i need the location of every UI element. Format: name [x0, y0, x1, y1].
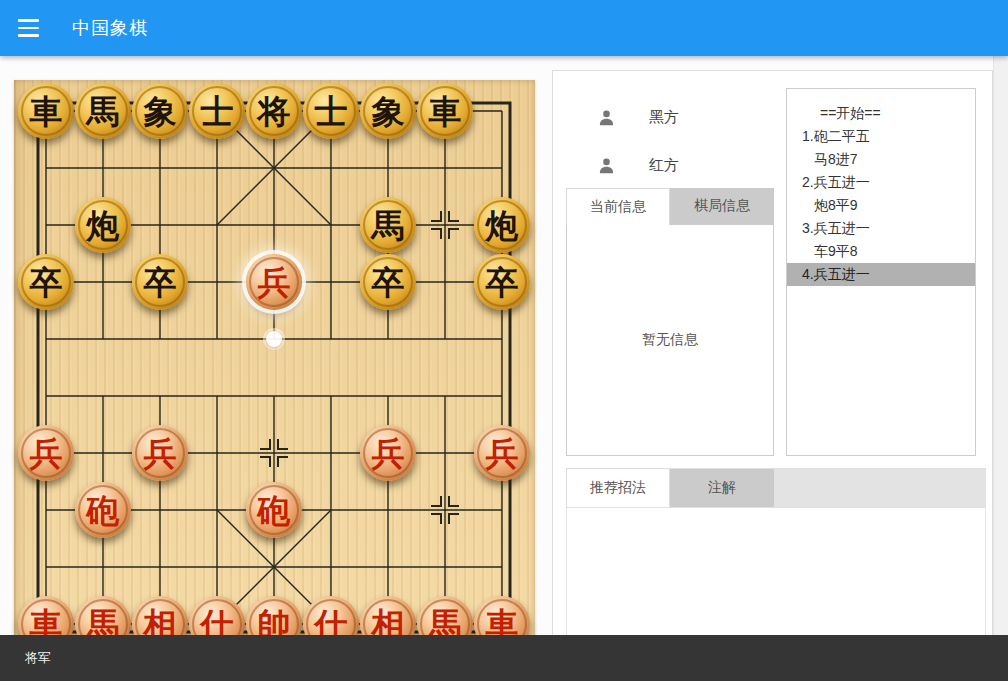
app-bar: 中国象棋 — [0, 0, 1008, 56]
piece-black-cannon[interactable]: 炮 — [474, 197, 530, 253]
xiangqi-board[interactable]: 車馬象士将士象車炮馬炮卒卒兵卒卒兵兵兵兵砲砲車馬相仕帥仕相馬車 — [14, 80, 535, 681]
player-name-black: 黑方 — [649, 108, 679, 127]
piece-black-pawn[interactable]: 卒 — [18, 254, 74, 310]
move-list-item[interactable]: 马8进7 — [787, 148, 975, 171]
piece-black-advisor[interactable]: 士 — [189, 83, 245, 139]
piece-black-elephant[interactable]: 象 — [360, 83, 416, 139]
piece-red-cannon[interactable]: 砲 — [75, 482, 131, 538]
piece-black-pawn[interactable]: 卒 — [360, 254, 416, 310]
analysis-tab-bar: 推荐招法 注解 — [566, 468, 986, 508]
tab-annotation[interactable]: 注解 — [670, 469, 774, 507]
status-text: 将军 — [25, 649, 51, 667]
move-list-item[interactable]: 炮8平9 — [787, 194, 975, 217]
last-move-origin-marker — [266, 331, 282, 347]
side-panel: 黑方 红方 当前信息 棋局信息 暂无信息 ==开始==1.砲二平五马8进72.兵… — [552, 70, 993, 681]
info-panel: 暂无信息 — [566, 224, 774, 456]
piece-red-pawn[interactable]: 兵 — [360, 425, 416, 481]
piece-red-pawn[interactable]: 兵 — [246, 254, 302, 310]
move-list-item[interactable]: 2.兵五进一 — [787, 171, 975, 194]
piece-black-pawn[interactable]: 卒 — [132, 254, 188, 310]
tab-game-info[interactable]: 棋局信息 — [670, 188, 774, 224]
move-list-item[interactable]: 车9平8 — [787, 240, 975, 263]
piece-red-pawn[interactable]: 兵 — [132, 425, 188, 481]
tab-bar-filler — [774, 469, 985, 507]
scrollbar-track[interactable] — [993, 56, 1008, 635]
menu-icon[interactable] — [18, 19, 42, 37]
piece-red-pawn[interactable]: 兵 — [18, 425, 74, 481]
move-list-item[interactable]: 3.兵五进一 — [787, 217, 975, 240]
piece-black-chariot[interactable]: 車 — [18, 83, 74, 139]
board-grid — [14, 80, 535, 681]
piece-red-cannon[interactable]: 砲 — [246, 482, 302, 538]
piece-black-horse[interactable]: 馬 — [75, 83, 131, 139]
tab-current-info[interactable]: 当前信息 — [566, 188, 670, 225]
person-icon — [598, 157, 615, 174]
move-list: ==开始==1.砲二平五马8进72.兵五进一炮8平93.兵五进一车9平84.兵五… — [786, 88, 976, 456]
piece-black-chariot[interactable]: 車 — [417, 83, 473, 139]
player-row-red: 红方 — [566, 155, 774, 175]
piece-black-cannon[interactable]: 炮 — [75, 197, 131, 253]
piece-black-horse[interactable]: 馬 — [360, 197, 416, 253]
move-list-item[interactable]: 4.兵五进一 — [787, 263, 975, 286]
player-row-black: 黑方 — [566, 107, 774, 127]
info-empty-text: 暂无信息 — [642, 331, 698, 349]
move-list-start[interactable]: ==开始== — [787, 102, 975, 125]
info-tab-bar: 当前信息 棋局信息 — [566, 188, 774, 225]
tab-recommended-moves[interactable]: 推荐招法 — [566, 468, 670, 507]
app-title: 中国象棋 — [72, 16, 148, 40]
move-list-item[interactable]: 1.砲二平五 — [787, 125, 975, 148]
person-icon — [598, 109, 615, 126]
piece-black-king[interactable]: 将 — [246, 83, 302, 139]
piece-black-advisor[interactable]: 士 — [303, 83, 359, 139]
piece-black-pawn[interactable]: 卒 — [474, 254, 530, 310]
player-name-red: 红方 — [649, 156, 679, 175]
piece-black-elephant[interactable]: 象 — [132, 83, 188, 139]
piece-red-pawn[interactable]: 兵 — [474, 425, 530, 481]
status-bar: 将军 — [0, 635, 1008, 681]
